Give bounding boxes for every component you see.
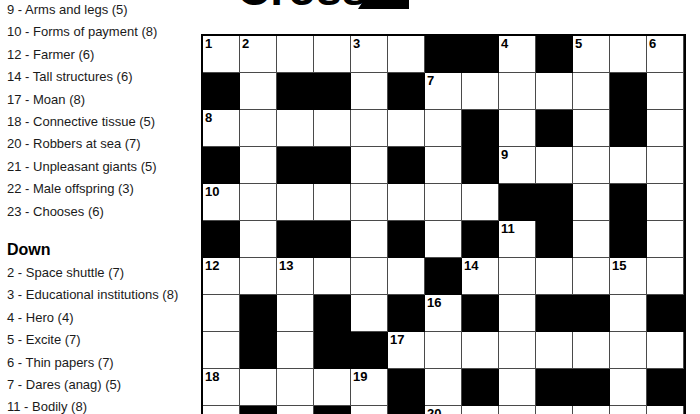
black-cell bbox=[462, 221, 499, 258]
white-cell[interactable] bbox=[610, 369, 647, 406]
down-clue-item: 6 - Thin papers (7) bbox=[7, 352, 178, 374]
down-clue-item: 7 - Dares (anag) (5) bbox=[7, 374, 178, 396]
black-cell bbox=[499, 184, 536, 221]
clue-number: 14 bbox=[464, 258, 478, 273]
across-clue-item: 22 - Male offspring (3) bbox=[7, 178, 157, 200]
black-cell bbox=[203, 73, 240, 110]
across-clue-item: 20 - Robbers at sea (7) bbox=[7, 133, 157, 155]
clue-number: 5 bbox=[575, 36, 582, 51]
crossword-grid: 1234567891011121314151617181920 bbox=[203, 36, 684, 414]
clue-number: 17 bbox=[390, 332, 404, 347]
white-cell[interactable] bbox=[647, 147, 684, 184]
black-cell bbox=[425, 258, 462, 295]
white-cell[interactable] bbox=[425, 221, 462, 258]
page-title: Cross bbox=[237, 0, 367, 12]
across-clue-item: 21 - Unpleasant giants (5) bbox=[7, 156, 157, 178]
clue-number: 1 bbox=[205, 36, 212, 51]
white-cell[interactable]: 9 bbox=[499, 147, 536, 184]
black-cell bbox=[462, 295, 499, 332]
white-cell[interactable] bbox=[203, 406, 240, 414]
black-cell bbox=[573, 369, 610, 406]
white-cell[interactable] bbox=[240, 258, 277, 295]
white-cell[interactable] bbox=[351, 295, 388, 332]
down-clue-item: 5 - Excite (7) bbox=[7, 329, 178, 351]
white-cell[interactable] bbox=[647, 110, 684, 147]
white-cell[interactable] bbox=[314, 369, 351, 406]
white-cell[interactable] bbox=[314, 258, 351, 295]
white-cell[interactable] bbox=[610, 332, 647, 369]
white-cell[interactable]: 7 bbox=[425, 73, 462, 110]
clue-number: 15 bbox=[612, 258, 626, 273]
white-cell[interactable] bbox=[314, 184, 351, 221]
white-cell[interactable]: 12 bbox=[203, 258, 240, 295]
white-cell[interactable] bbox=[573, 184, 610, 221]
white-cell[interactable] bbox=[536, 406, 573, 414]
white-cell[interactable] bbox=[240, 110, 277, 147]
black-cell bbox=[536, 184, 573, 221]
white-cell[interactable] bbox=[203, 332, 240, 369]
white-cell[interactable] bbox=[499, 295, 536, 332]
down-clue-list: 2 - Space shuttle (7)3 - Educational ins… bbox=[7, 262, 178, 414]
clue-number: 12 bbox=[205, 258, 219, 273]
black-cell bbox=[462, 369, 499, 406]
white-cell[interactable] bbox=[462, 184, 499, 221]
white-cell[interactable] bbox=[425, 110, 462, 147]
black-cell bbox=[240, 295, 277, 332]
black-cell bbox=[388, 221, 425, 258]
black-cell bbox=[203, 147, 240, 184]
white-cell[interactable] bbox=[462, 332, 499, 369]
clue-number: 11 bbox=[501, 221, 515, 236]
white-cell[interactable] bbox=[277, 184, 314, 221]
black-cell bbox=[425, 36, 462, 73]
white-cell[interactable] bbox=[351, 406, 388, 414]
black-cell bbox=[277, 221, 314, 258]
white-cell[interactable]: 5 bbox=[573, 36, 610, 73]
black-cell bbox=[610, 184, 647, 221]
white-cell[interactable]: 13 bbox=[277, 258, 314, 295]
white-cell[interactable] bbox=[277, 110, 314, 147]
black-cell bbox=[351, 332, 388, 369]
white-cell[interactable] bbox=[351, 73, 388, 110]
clue-number: 13 bbox=[279, 258, 293, 273]
black-cell bbox=[462, 110, 499, 147]
white-cell[interactable]: 19 bbox=[351, 369, 388, 406]
black-cell bbox=[314, 295, 351, 332]
white-cell[interactable]: 16 bbox=[425, 295, 462, 332]
white-cell[interactable]: 15 bbox=[610, 258, 647, 295]
white-cell[interactable] bbox=[203, 295, 240, 332]
black-cell bbox=[610, 221, 647, 258]
black-cell bbox=[314, 332, 351, 369]
clue-number: 7 bbox=[427, 73, 434, 88]
across-clue-item: 12 - Farmer (6) bbox=[7, 44, 157, 66]
black-cell bbox=[314, 147, 351, 184]
clue-number: 9 bbox=[501, 147, 508, 162]
clue-number: 19 bbox=[353, 369, 367, 384]
white-cell[interactable] bbox=[240, 369, 277, 406]
black-cell bbox=[314, 221, 351, 258]
white-cell[interactable] bbox=[425, 184, 462, 221]
white-cell[interactable] bbox=[351, 184, 388, 221]
white-cell[interactable] bbox=[647, 73, 684, 110]
white-cell[interactable] bbox=[573, 221, 610, 258]
across-clue-item: 10 - Forms of payment (8) bbox=[7, 21, 157, 43]
clue-number: 8 bbox=[205, 110, 212, 125]
white-cell[interactable] bbox=[573, 332, 610, 369]
white-cell[interactable] bbox=[240, 221, 277, 258]
white-cell[interactable] bbox=[573, 258, 610, 295]
white-cell[interactable] bbox=[536, 332, 573, 369]
black-cell bbox=[536, 369, 573, 406]
white-cell[interactable] bbox=[573, 73, 610, 110]
down-heading: Down bbox=[7, 241, 51, 259]
black-cell bbox=[388, 406, 425, 414]
across-clue-list: 9 - Arms and legs (5)10 - Forms of payme… bbox=[7, 0, 157, 223]
white-cell[interactable]: 18 bbox=[203, 369, 240, 406]
white-cell[interactable] bbox=[240, 184, 277, 221]
clue-number: 16 bbox=[427, 295, 441, 310]
white-cell[interactable] bbox=[277, 295, 314, 332]
clue-number: 18 bbox=[205, 369, 219, 384]
white-cell[interactable] bbox=[536, 258, 573, 295]
white-cell[interactable] bbox=[647, 184, 684, 221]
white-cell[interactable] bbox=[388, 110, 425, 147]
white-cell[interactable] bbox=[388, 36, 425, 73]
white-cell[interactable] bbox=[314, 36, 351, 73]
clue-number: 4 bbox=[501, 36, 508, 51]
white-cell[interactable] bbox=[351, 110, 388, 147]
white-cell[interactable] bbox=[499, 73, 536, 110]
white-cell[interactable] bbox=[573, 147, 610, 184]
black-cell bbox=[610, 73, 647, 110]
white-cell[interactable] bbox=[499, 406, 536, 414]
white-cell[interactable] bbox=[314, 110, 351, 147]
white-cell[interactable] bbox=[388, 184, 425, 221]
white-cell[interactable]: 1 bbox=[203, 36, 240, 73]
across-clue-item: 14 - Tall structures (6) bbox=[7, 66, 157, 88]
black-cell bbox=[647, 369, 684, 406]
black-cell bbox=[536, 110, 573, 147]
white-cell[interactable] bbox=[536, 147, 573, 184]
white-cell[interactable] bbox=[573, 406, 610, 414]
white-cell[interactable] bbox=[277, 332, 314, 369]
white-cell[interactable] bbox=[277, 36, 314, 73]
black-cell bbox=[388, 295, 425, 332]
white-cell[interactable] bbox=[277, 369, 314, 406]
white-cell[interactable]: 20 bbox=[425, 406, 462, 414]
black-cell bbox=[314, 406, 351, 414]
black-cell bbox=[388, 147, 425, 184]
white-cell[interactable] bbox=[499, 110, 536, 147]
black-cell bbox=[277, 147, 314, 184]
black-cell bbox=[536, 221, 573, 258]
down-clue-item: 4 - Hero (4) bbox=[7, 307, 178, 329]
black-cell bbox=[277, 73, 314, 110]
white-cell[interactable] bbox=[388, 258, 425, 295]
down-clue-item: 11 - Bodily (8) bbox=[7, 396, 178, 414]
across-clue-item: 17 - Moan (8) bbox=[7, 89, 157, 111]
white-cell[interactable] bbox=[351, 221, 388, 258]
black-cell bbox=[314, 73, 351, 110]
white-cell[interactable] bbox=[240, 73, 277, 110]
white-cell[interactable] bbox=[425, 332, 462, 369]
white-cell[interactable] bbox=[647, 406, 684, 414]
black-cell bbox=[462, 147, 499, 184]
white-cell[interactable] bbox=[425, 147, 462, 184]
white-cell[interactable]: 2 bbox=[240, 36, 277, 73]
across-clue-item: 9 - Arms and legs (5) bbox=[7, 0, 157, 21]
across-clue-item: 23 - Chooses (6) bbox=[7, 201, 157, 223]
title-logo-wedge-icon bbox=[358, 0, 409, 9]
clue-number: 20 bbox=[427, 406, 441, 414]
white-cell[interactable] bbox=[610, 295, 647, 332]
white-cell[interactable] bbox=[536, 73, 573, 110]
grid-frame: 1234567891011121314151617181920 bbox=[201, 34, 686, 414]
black-cell bbox=[647, 295, 684, 332]
clue-number: 2 bbox=[242, 36, 249, 51]
white-cell[interactable] bbox=[351, 258, 388, 295]
white-cell[interactable] bbox=[573, 110, 610, 147]
white-cell[interactable] bbox=[610, 36, 647, 73]
white-cell[interactable] bbox=[499, 369, 536, 406]
white-cell[interactable] bbox=[462, 406, 499, 414]
white-cell[interactable] bbox=[610, 147, 647, 184]
white-cell[interactable]: 8 bbox=[203, 110, 240, 147]
white-cell[interactable] bbox=[647, 221, 684, 258]
white-cell[interactable] bbox=[277, 406, 314, 414]
down-clue-item: 3 - Educational institutions (8) bbox=[7, 284, 178, 306]
black-cell bbox=[240, 332, 277, 369]
white-cell[interactable]: 4 bbox=[499, 36, 536, 73]
black-cell bbox=[203, 221, 240, 258]
clue-number: 6 bbox=[649, 36, 656, 51]
white-cell[interactable] bbox=[610, 406, 647, 414]
white-cell[interactable] bbox=[499, 258, 536, 295]
black-cell bbox=[388, 73, 425, 110]
black-cell bbox=[462, 36, 499, 73]
crossword-worksheet: Cross 9 - Arms and legs (5)10 - Forms of… bbox=[0, 0, 700, 414]
down-clue-item: 2 - Space shuttle (7) bbox=[7, 262, 178, 284]
white-cell[interactable] bbox=[240, 147, 277, 184]
clue-number: 3 bbox=[353, 36, 360, 51]
across-clue-item: 18 - Connective tissue (5) bbox=[7, 111, 157, 133]
white-cell[interactable]: 17 bbox=[388, 332, 425, 369]
black-cell bbox=[388, 369, 425, 406]
white-cell[interactable]: 10 bbox=[203, 184, 240, 221]
black-cell bbox=[240, 406, 277, 414]
black-cell bbox=[573, 295, 610, 332]
white-cell[interactable] bbox=[647, 332, 684, 369]
white-cell[interactable] bbox=[647, 258, 684, 295]
clue-number: 10 bbox=[205, 184, 219, 199]
white-cell[interactable] bbox=[351, 147, 388, 184]
white-cell[interactable] bbox=[425, 369, 462, 406]
black-cell bbox=[536, 36, 573, 73]
white-cell[interactable] bbox=[499, 332, 536, 369]
white-cell[interactable]: 11 bbox=[499, 221, 536, 258]
white-cell[interactable] bbox=[462, 73, 499, 110]
white-cell[interactable]: 6 bbox=[647, 36, 684, 73]
white-cell[interactable]: 3 bbox=[351, 36, 388, 73]
black-cell bbox=[536, 295, 573, 332]
white-cell[interactable]: 14 bbox=[462, 258, 499, 295]
black-cell bbox=[610, 110, 647, 147]
